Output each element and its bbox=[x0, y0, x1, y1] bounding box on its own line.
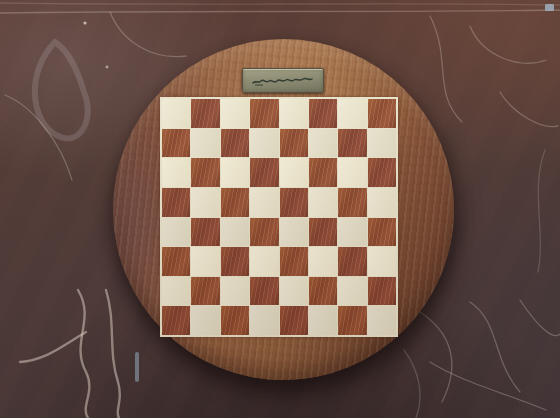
square-c5 bbox=[221, 188, 249, 217]
square-c1 bbox=[221, 306, 249, 335]
square-f4 bbox=[309, 218, 337, 247]
square-b8 bbox=[191, 99, 219, 128]
square-b1 bbox=[191, 306, 219, 335]
square-d2 bbox=[250, 277, 278, 306]
square-h8 bbox=[368, 99, 396, 128]
square-f2 bbox=[309, 277, 337, 306]
square-g8 bbox=[338, 99, 366, 128]
square-d3 bbox=[250, 247, 278, 276]
square-a1 bbox=[162, 306, 190, 335]
square-f5 bbox=[309, 188, 337, 217]
square-b3 bbox=[191, 247, 219, 276]
square-h2 bbox=[368, 277, 396, 306]
square-d7 bbox=[250, 129, 278, 158]
square-b2 bbox=[191, 277, 219, 306]
square-c6 bbox=[221, 158, 249, 187]
square-h7 bbox=[368, 129, 396, 158]
square-g6 bbox=[338, 158, 366, 187]
square-a7 bbox=[162, 129, 190, 158]
engraved-signature-icon bbox=[243, 69, 323, 92]
square-a2 bbox=[162, 277, 190, 306]
square-a4 bbox=[162, 218, 190, 247]
square-c4 bbox=[221, 218, 249, 247]
square-f7 bbox=[309, 129, 337, 158]
square-c3 bbox=[221, 247, 249, 276]
square-c2 bbox=[221, 277, 249, 306]
square-a8 bbox=[162, 99, 190, 128]
square-e1 bbox=[280, 306, 308, 335]
marble-table-surface bbox=[0, 0, 560, 418]
square-d1 bbox=[250, 306, 278, 335]
square-h3 bbox=[368, 247, 396, 276]
square-e3 bbox=[280, 247, 308, 276]
square-c7 bbox=[221, 129, 249, 158]
square-h1 bbox=[368, 306, 396, 335]
square-h4 bbox=[368, 218, 396, 247]
square-h6 bbox=[368, 158, 396, 187]
square-f3 bbox=[309, 247, 337, 276]
square-h5 bbox=[368, 188, 396, 217]
square-d4 bbox=[250, 218, 278, 247]
square-g2 bbox=[338, 277, 366, 306]
square-g7 bbox=[338, 129, 366, 158]
square-f6 bbox=[309, 158, 337, 187]
square-b4 bbox=[191, 218, 219, 247]
square-c8 bbox=[221, 99, 249, 128]
square-d5 bbox=[250, 188, 278, 217]
square-e5 bbox=[280, 188, 308, 217]
square-f8 bbox=[309, 99, 337, 128]
square-f1 bbox=[309, 306, 337, 335]
square-d8 bbox=[250, 99, 278, 128]
square-b5 bbox=[191, 188, 219, 217]
square-g3 bbox=[338, 247, 366, 276]
round-wooden-chess-set bbox=[113, 39, 454, 380]
square-d6 bbox=[250, 158, 278, 187]
square-g1 bbox=[338, 306, 366, 335]
square-a5 bbox=[162, 188, 190, 217]
square-g5 bbox=[338, 188, 366, 217]
square-g4 bbox=[338, 218, 366, 247]
square-b7 bbox=[191, 129, 219, 158]
square-e4 bbox=[280, 218, 308, 247]
square-a6 bbox=[162, 158, 190, 187]
square-e7 bbox=[280, 129, 308, 158]
square-e8 bbox=[280, 99, 308, 128]
square-e6 bbox=[280, 158, 308, 187]
square-a3 bbox=[162, 247, 190, 276]
square-e2 bbox=[280, 277, 308, 306]
brass-plaque bbox=[242, 68, 324, 93]
square-b6 bbox=[191, 158, 219, 187]
chessboard bbox=[160, 97, 398, 337]
